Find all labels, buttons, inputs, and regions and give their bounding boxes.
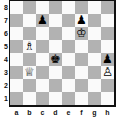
square-h6[interactable] bbox=[101, 27, 114, 40]
file-label-b: b bbox=[23, 107, 36, 118]
square-e4[interactable] bbox=[62, 53, 75, 66]
square-d4[interactable]: ♚ bbox=[49, 53, 62, 66]
square-a8[interactable] bbox=[10, 1, 23, 14]
square-h2[interactable] bbox=[101, 79, 114, 92]
square-g6[interactable] bbox=[88, 27, 101, 40]
square-h7[interactable] bbox=[101, 14, 114, 27]
square-g4[interactable] bbox=[88, 53, 101, 66]
file-label-e: e bbox=[62, 107, 75, 118]
square-g8[interactable] bbox=[88, 1, 101, 14]
rank-label-5: 5 bbox=[0, 40, 9, 53]
file-label-a: a bbox=[10, 107, 23, 118]
rank-label-3: 3 bbox=[0, 66, 9, 79]
square-d8[interactable] bbox=[49, 1, 62, 14]
square-b3[interactable]: ♕ bbox=[23, 66, 36, 79]
file-label-c: c bbox=[36, 107, 49, 118]
square-c7[interactable]: ♟ bbox=[36, 14, 49, 27]
square-e8[interactable] bbox=[62, 1, 75, 14]
square-d2[interactable] bbox=[49, 79, 62, 92]
square-a5[interactable] bbox=[10, 40, 23, 53]
square-c3[interactable] bbox=[36, 66, 49, 79]
file-label-f: f bbox=[75, 107, 88, 118]
rank-label-8: 8 bbox=[0, 1, 9, 14]
square-e2[interactable] bbox=[62, 79, 75, 92]
square-d7[interactable] bbox=[49, 14, 62, 27]
square-a6[interactable] bbox=[10, 27, 23, 40]
square-c5[interactable] bbox=[36, 40, 49, 53]
chess-diagram: 87654321 ♟♟♔♗♚♟♕♙ abcdefgh bbox=[0, 0, 118, 118]
square-a7[interactable] bbox=[10, 14, 23, 27]
square-e1[interactable] bbox=[62, 92, 75, 105]
rank-label-7: 7 bbox=[0, 14, 9, 27]
file-labels: abcdefgh bbox=[10, 107, 114, 118]
square-e7[interactable] bbox=[62, 14, 75, 27]
square-g3[interactable] bbox=[88, 66, 101, 79]
rank-label-6: 6 bbox=[0, 27, 9, 40]
square-g1[interactable] bbox=[88, 92, 101, 105]
square-a3[interactable] bbox=[10, 66, 23, 79]
rank-label-1: 1 bbox=[0, 92, 9, 105]
square-c4[interactable] bbox=[36, 53, 49, 66]
square-f5[interactable] bbox=[75, 40, 88, 53]
square-f1[interactable] bbox=[75, 92, 88, 105]
square-f3[interactable] bbox=[75, 66, 88, 79]
square-f2[interactable] bbox=[75, 79, 88, 92]
square-e6[interactable] bbox=[62, 27, 75, 40]
square-c6[interactable] bbox=[36, 27, 49, 40]
square-e5[interactable] bbox=[62, 40, 75, 53]
square-d6[interactable] bbox=[49, 27, 62, 40]
square-b7[interactable] bbox=[23, 14, 36, 27]
file-label-g: g bbox=[88, 107, 101, 118]
square-b1[interactable] bbox=[23, 92, 36, 105]
square-b8[interactable] bbox=[23, 1, 36, 14]
square-h1[interactable] bbox=[101, 92, 114, 105]
square-h8[interactable] bbox=[101, 1, 114, 14]
rank-label-4: 4 bbox=[0, 53, 9, 66]
square-c2[interactable] bbox=[36, 79, 49, 92]
square-f4[interactable] bbox=[75, 53, 88, 66]
square-f6[interactable]: ♔ bbox=[75, 27, 88, 40]
piece-white-queen[interactable]: ♕ bbox=[23, 66, 36, 79]
piece-white-bishop[interactable]: ♗ bbox=[23, 40, 36, 53]
square-g2[interactable] bbox=[88, 79, 101, 92]
rank-label-2: 2 bbox=[0, 79, 9, 92]
square-g7[interactable] bbox=[88, 14, 101, 27]
square-d3[interactable] bbox=[49, 66, 62, 79]
piece-black-king[interactable]: ♚ bbox=[49, 53, 62, 66]
square-a2[interactable] bbox=[10, 79, 23, 92]
square-g5[interactable] bbox=[88, 40, 101, 53]
square-h3[interactable]: ♙ bbox=[101, 66, 114, 79]
square-b2[interactable] bbox=[23, 79, 36, 92]
square-a1[interactable] bbox=[10, 92, 23, 105]
piece-white-king[interactable]: ♔ bbox=[75, 27, 88, 40]
piece-white-pawn[interactable]: ♙ bbox=[101, 66, 114, 79]
square-c1[interactable] bbox=[36, 92, 49, 105]
square-b5[interactable]: ♗ bbox=[23, 40, 36, 53]
square-e3[interactable] bbox=[62, 66, 75, 79]
board: ♟♟♔♗♚♟♕♙ bbox=[9, 0, 116, 107]
square-d1[interactable] bbox=[49, 92, 62, 105]
rank-labels: 87654321 bbox=[0, 1, 9, 105]
file-label-d: d bbox=[49, 107, 62, 118]
piece-black-pawn[interactable]: ♟ bbox=[36, 14, 49, 27]
file-label-h: h bbox=[101, 107, 114, 118]
square-a4[interactable] bbox=[10, 53, 23, 66]
